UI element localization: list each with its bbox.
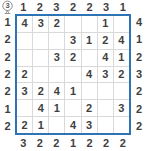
cell-r2c6[interactable]: 2	[98, 33, 113, 49]
cell-r7c6[interactable]	[98, 117, 113, 133]
cell-r4c1[interactable]: 2	[17, 67, 32, 83]
cell-r7c4[interactable]: 4	[65, 117, 80, 133]
clue-bottom-5: 2	[81, 135, 98, 151]
clue-bottom-7: 2	[114, 135, 131, 151]
clue-left-1: 1	[0, 14, 15, 31]
cell-r2c3[interactable]	[49, 33, 64, 49]
cell-r4c3[interactable]	[49, 67, 64, 83]
cell-r7c5[interactable]: 3	[82, 117, 97, 133]
tree-icon: 3	[1, 0, 14, 14]
clue-left-6: 1	[0, 100, 15, 117]
clue-right-5: 2	[131, 83, 147, 100]
cell-r3c4[interactable]: 2	[65, 50, 80, 66]
parks-count-badge: 3	[0, 0, 15, 14]
cell-r4c6[interactable]: 3	[98, 67, 113, 83]
cell-r1c3[interactable]: 2	[49, 16, 64, 32]
cell-r2c7[interactable]: 4	[114, 33, 129, 49]
cell-r5c2[interactable]: 2	[33, 83, 48, 99]
clue-top-1: 1	[15, 0, 32, 14]
clue-left-4: 2	[0, 66, 15, 83]
cell-r7c2[interactable]: 1	[33, 117, 48, 133]
parks-count-label: 3	[5, 1, 9, 10]
cell-r1c5[interactable]	[82, 16, 97, 32]
cell-r3c5[interactable]	[82, 50, 97, 66]
clue-top-4: 2	[65, 0, 82, 14]
cell-r5c7[interactable]	[114, 83, 129, 99]
cell-r2c4[interactable]: 3	[65, 33, 80, 49]
cell-r1c1[interactable]: 4	[17, 16, 32, 32]
cell-r6c5[interactable]: 2	[82, 100, 97, 116]
clue-top-2: 2	[32, 0, 49, 14]
cell-r3c3[interactable]: 3	[49, 50, 64, 66]
cell-r3c1[interactable]	[17, 50, 32, 66]
clue-right-3: 2	[131, 49, 147, 66]
cell-r4c5[interactable]: 4	[82, 67, 97, 83]
cell-r6c6[interactable]	[98, 100, 113, 116]
cell-r7c7[interactable]	[114, 117, 129, 133]
clue-right-2: 1	[131, 31, 147, 48]
cell-r4c2[interactable]	[33, 67, 48, 83]
puzzle-board: 4321312432412432324141232143	[15, 14, 131, 135]
cell-r2c2[interactable]	[33, 33, 48, 49]
cell-r5c3[interactable]: 4	[49, 83, 64, 99]
cell-r6c4[interactable]	[65, 100, 80, 116]
clue-bottom-2: 2	[32, 135, 49, 151]
cell-r1c2[interactable]: 3	[33, 16, 48, 32]
cell-r5c1[interactable]: 3	[17, 83, 32, 99]
clue-left-2: 2	[0, 31, 15, 48]
clue-top-3: 3	[48, 0, 65, 14]
clue-right-1: 4	[131, 14, 147, 31]
clue-bottom-4: 1	[65, 135, 82, 151]
clue-right-7: 2	[131, 118, 147, 135]
cell-r4c7[interactable]: 2	[114, 67, 129, 83]
cell-r3c2[interactable]	[33, 50, 48, 66]
clue-bottom-3: 2	[48, 135, 65, 151]
clue-top-7: 1	[114, 0, 131, 14]
skyscrapers-parks-puzzle: 3 4321312432412432324141232143 123223132…	[0, 0, 147, 151]
clue-left-3: 2	[0, 49, 15, 66]
cell-r6c2[interactable]: 4	[33, 100, 48, 116]
cell-r2c5[interactable]: 1	[82, 33, 97, 49]
cell-r6c1[interactable]	[17, 100, 32, 116]
clue-left-5: 2	[0, 83, 15, 100]
clue-bottom-1: 3	[15, 135, 32, 151]
cell-r7c3[interactable]	[49, 117, 64, 133]
cell-r5c6[interactable]	[98, 83, 113, 99]
cell-r1c6[interactable]: 1	[98, 16, 113, 32]
clue-left-7: 2	[0, 118, 15, 135]
clue-right-4: 3	[131, 66, 147, 83]
cell-r6c7[interactable]: 3	[114, 100, 129, 116]
cell-r3c7[interactable]: 1	[114, 50, 129, 66]
cell-r2c1[interactable]	[17, 33, 32, 49]
cell-r7c1[interactable]: 2	[17, 117, 32, 133]
clue-top-5: 2	[81, 0, 98, 14]
cell-r6c3[interactable]: 1	[49, 100, 64, 116]
clue-right-6: 2	[131, 100, 147, 117]
cell-r1c7[interactable]	[114, 16, 129, 32]
cell-r3c6[interactable]: 4	[98, 50, 113, 66]
cell-r5c4[interactable]: 1	[65, 83, 80, 99]
clue-bottom-6: 2	[98, 135, 115, 151]
cell-r1c4[interactable]	[65, 16, 80, 32]
clue-top-6: 3	[98, 0, 115, 14]
cell-r4c4[interactable]	[65, 67, 80, 83]
cell-r5c5[interactable]	[82, 83, 97, 99]
